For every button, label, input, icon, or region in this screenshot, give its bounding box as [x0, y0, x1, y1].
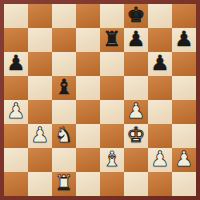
white-knight[interactable]: ♞ — [55, 125, 74, 146]
square-b3[interactable]: ♟ — [28, 124, 52, 148]
square-g7[interactable] — [148, 28, 172, 52]
square-f8[interactable]: ♚ — [124, 4, 148, 28]
white-pawn[interactable]: ♟ — [31, 125, 50, 146]
square-d5[interactable] — [76, 76, 100, 100]
black-rook[interactable]: ♜ — [103, 29, 122, 50]
black-bishop[interactable]: ♝ — [55, 77, 74, 98]
square-e4[interactable] — [100, 100, 124, 124]
square-e1[interactable] — [100, 172, 124, 196]
white-king[interactable]: ♚ — [127, 125, 146, 146]
black-pawn[interactable]: ♟ — [127, 29, 146, 50]
square-h8[interactable] — [172, 4, 196, 28]
square-e3[interactable] — [100, 124, 124, 148]
square-g3[interactable] — [148, 124, 172, 148]
white-bishop[interactable]: ♝ — [103, 149, 122, 170]
square-a3[interactable] — [4, 124, 28, 148]
square-g4[interactable] — [148, 100, 172, 124]
square-e6[interactable] — [100, 52, 124, 76]
white-rook[interactable]: ♜ — [55, 173, 74, 194]
square-d1[interactable] — [76, 172, 100, 196]
square-h7[interactable]: ♟ — [172, 28, 196, 52]
square-b7[interactable] — [28, 28, 52, 52]
chess-board: ♚♜♟♟♟♟♝♟♟♟♞♚♝♟♟♜ — [4, 4, 196, 196]
square-b1[interactable] — [28, 172, 52, 196]
square-g2[interactable]: ♟ — [148, 148, 172, 172]
square-f2[interactable] — [124, 148, 148, 172]
square-a6[interactable]: ♟ — [4, 52, 28, 76]
square-a5[interactable] — [4, 76, 28, 100]
square-g1[interactable] — [148, 172, 172, 196]
white-pawn[interactable]: ♟ — [7, 101, 26, 122]
square-f3[interactable]: ♚ — [124, 124, 148, 148]
white-pawn[interactable]: ♟ — [151, 149, 170, 170]
square-d8[interactable] — [76, 4, 100, 28]
square-h4[interactable] — [172, 100, 196, 124]
black-pawn[interactable]: ♟ — [175, 29, 194, 50]
square-b2[interactable] — [28, 148, 52, 172]
square-b6[interactable] — [28, 52, 52, 76]
square-g6[interactable]: ♟ — [148, 52, 172, 76]
square-h5[interactable] — [172, 76, 196, 100]
square-f4[interactable]: ♟ — [124, 100, 148, 124]
black-pawn[interactable]: ♟ — [151, 53, 170, 74]
white-pawn[interactable]: ♟ — [175, 149, 194, 170]
square-e7[interactable]: ♜ — [100, 28, 124, 52]
square-f7[interactable]: ♟ — [124, 28, 148, 52]
square-c6[interactable] — [52, 52, 76, 76]
square-c3[interactable]: ♞ — [52, 124, 76, 148]
square-f5[interactable] — [124, 76, 148, 100]
square-d4[interactable] — [76, 100, 100, 124]
square-d3[interactable] — [76, 124, 100, 148]
square-c7[interactable] — [52, 28, 76, 52]
square-h2[interactable]: ♟ — [172, 148, 196, 172]
black-king[interactable]: ♚ — [127, 5, 146, 26]
white-pawn[interactable]: ♟ — [127, 101, 146, 122]
square-g5[interactable] — [148, 76, 172, 100]
square-g8[interactable] — [148, 4, 172, 28]
square-b8[interactable] — [28, 4, 52, 28]
square-e2[interactable]: ♝ — [100, 148, 124, 172]
square-c5[interactable]: ♝ — [52, 76, 76, 100]
square-d7[interactable] — [76, 28, 100, 52]
chess-board-frame: ♚♜♟♟♟♟♝♟♟♟♞♚♝♟♟♜ — [0, 0, 200, 200]
black-pawn[interactable]: ♟ — [7, 53, 26, 74]
square-h6[interactable] — [172, 52, 196, 76]
square-f6[interactable] — [124, 52, 148, 76]
square-d2[interactable] — [76, 148, 100, 172]
square-b5[interactable] — [28, 76, 52, 100]
square-h1[interactable] — [172, 172, 196, 196]
square-c8[interactable] — [52, 4, 76, 28]
square-f1[interactable] — [124, 172, 148, 196]
square-a2[interactable] — [4, 148, 28, 172]
square-a8[interactable] — [4, 4, 28, 28]
square-e5[interactable] — [100, 76, 124, 100]
square-a1[interactable] — [4, 172, 28, 196]
square-c4[interactable] — [52, 100, 76, 124]
square-c1[interactable]: ♜ — [52, 172, 76, 196]
square-h3[interactable] — [172, 124, 196, 148]
square-e8[interactable] — [100, 4, 124, 28]
square-c2[interactable] — [52, 148, 76, 172]
square-b4[interactable] — [28, 100, 52, 124]
square-a7[interactable] — [4, 28, 28, 52]
square-a4[interactable]: ♟ — [4, 100, 28, 124]
square-d6[interactable] — [76, 52, 100, 76]
